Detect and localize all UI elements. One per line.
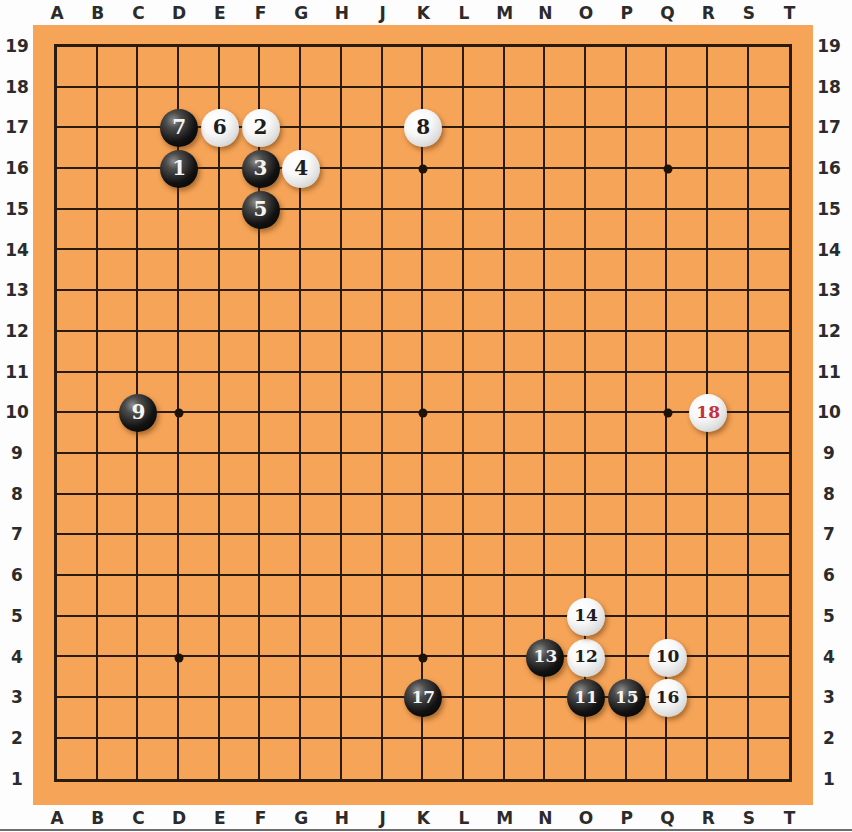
grid-cell	[749, 739, 790, 780]
stone-number: 6	[213, 117, 227, 139]
grid-cell	[342, 88, 383, 129]
grid-cell	[342, 495, 383, 536]
grid-cell	[708, 169, 749, 210]
go-board-panel[interactable]: 123456789101112131415161718	[33, 25, 813, 805]
column-label-bottom-d: D	[162, 808, 196, 828]
column-label-bottom-h: H	[325, 808, 359, 828]
stone-number: 15	[615, 689, 639, 708]
grid-cell	[667, 88, 708, 129]
grid-cell	[545, 495, 586, 536]
row-label-left-8: 8	[0, 484, 34, 504]
grid-cell	[708, 454, 749, 495]
grid-cell	[667, 332, 708, 373]
column-label-bottom-e: E	[203, 808, 237, 828]
row-label-left-7: 7	[0, 525, 34, 545]
grid-cell	[383, 47, 424, 88]
grid-cell	[342, 291, 383, 332]
grid-cell	[667, 210, 708, 251]
grid-cell	[57, 657, 98, 698]
stone-black-c10[interactable]: 9	[119, 394, 157, 432]
grid-cell	[505, 495, 546, 536]
grid-cell	[749, 128, 790, 169]
grid-cell	[220, 739, 261, 780]
grid-cell	[98, 657, 139, 698]
grid-cell	[505, 210, 546, 251]
grid-cell	[586, 495, 627, 536]
row-label-right-13: 13	[812, 280, 846, 300]
grid-cell	[464, 617, 505, 658]
grid-cell	[464, 413, 505, 454]
star-point-k10	[419, 409, 428, 418]
grid-cell	[505, 413, 546, 454]
grid-cell	[179, 332, 220, 373]
column-label-top-o: O	[569, 3, 603, 23]
grid-cell	[220, 657, 261, 698]
grid-cell	[260, 332, 301, 373]
grid-cell	[383, 250, 424, 291]
grid-cell	[138, 657, 179, 698]
grid-cell	[627, 576, 668, 617]
grid-cell	[98, 128, 139, 169]
grid-cell	[57, 291, 98, 332]
grid-cell	[220, 698, 261, 739]
column-label-top-c: C	[121, 3, 155, 23]
grid-cell	[423, 617, 464, 658]
grid-cell	[464, 495, 505, 536]
grid-cell	[342, 576, 383, 617]
row-label-left-15: 15	[0, 199, 34, 219]
grid-cell	[98, 291, 139, 332]
grid-cell	[667, 169, 708, 210]
grid-cell	[301, 210, 342, 251]
grid-cell	[708, 291, 749, 332]
grid-cell	[586, 169, 627, 210]
grid-cell	[505, 291, 546, 332]
grid-cell	[301, 657, 342, 698]
stone-black-f15[interactable]: 5	[242, 191, 280, 229]
grid-cell	[179, 373, 220, 414]
row-label-right-1: 1	[812, 769, 846, 789]
grid-cell	[260, 698, 301, 739]
stone-number: 18	[696, 404, 720, 423]
grid-cell	[423, 210, 464, 251]
grid-cell	[383, 495, 424, 536]
grid-cell	[627, 413, 668, 454]
grid-cell	[301, 698, 342, 739]
column-label-top-r: R	[691, 3, 725, 23]
grid-cell	[423, 495, 464, 536]
grid-cell	[586, 88, 627, 129]
stone-white-o5[interactable]: 14	[567, 598, 605, 636]
grid-cell	[57, 169, 98, 210]
grid-cell	[464, 698, 505, 739]
grid-cell	[464, 250, 505, 291]
column-label-bottom-m: M	[488, 808, 522, 828]
row-label-left-6: 6	[0, 565, 34, 585]
grid-cell	[57, 454, 98, 495]
grid-cell	[627, 210, 668, 251]
column-label-bottom-a: A	[40, 808, 74, 828]
grid-cell	[179, 47, 220, 88]
row-label-left-1: 1	[0, 769, 34, 789]
stone-number: 11	[574, 689, 598, 708]
grid-cell	[708, 332, 749, 373]
grid-cell	[749, 291, 790, 332]
row-label-right-3: 3	[812, 687, 846, 707]
grid-cell	[464, 210, 505, 251]
column-label-bottom-c: C	[121, 808, 155, 828]
grid-cell	[260, 739, 301, 780]
row-label-right-11: 11	[812, 362, 846, 382]
grid-cell	[220, 250, 261, 291]
stone-black-f16[interactable]: 3	[242, 150, 280, 188]
grid-cell	[220, 291, 261, 332]
column-label-top-l: L	[447, 3, 481, 23]
grid-cell	[138, 739, 179, 780]
grid-cell	[301, 47, 342, 88]
grid-cell	[667, 495, 708, 536]
grid-cell	[260, 454, 301, 495]
grid-cell	[545, 250, 586, 291]
grid-cell	[423, 413, 464, 454]
grid-cell	[383, 739, 424, 780]
grid-cell	[301, 413, 342, 454]
grid-cell	[505, 47, 546, 88]
row-label-right-10: 10	[812, 402, 846, 422]
row-label-right-4: 4	[812, 647, 846, 667]
stone-number: 5	[254, 199, 268, 221]
grid-cell	[179, 739, 220, 780]
grid-cell	[301, 454, 342, 495]
column-label-top-d: D	[162, 3, 196, 23]
grid-cell	[627, 169, 668, 210]
grid-cell	[627, 373, 668, 414]
stone-white-k17[interactable]: 8	[404, 109, 442, 147]
row-label-left-14: 14	[0, 240, 34, 260]
grid-cell	[667, 250, 708, 291]
stone-number: 14	[574, 607, 598, 626]
stone-black-p3[interactable]: 15	[608, 679, 646, 717]
grid-cell	[342, 47, 383, 88]
row-label-right-16: 16	[812, 158, 846, 178]
star-point-d4	[175, 653, 184, 662]
column-label-bottom-s: S	[732, 808, 766, 828]
row-label-left-16: 16	[0, 158, 34, 178]
grid-cell	[383, 454, 424, 495]
grid-cell	[98, 576, 139, 617]
grid-cell	[627, 47, 668, 88]
grid-cell	[667, 576, 708, 617]
grid-cell	[138, 698, 179, 739]
grid-cell	[301, 373, 342, 414]
grid-cell	[342, 169, 383, 210]
grid-cell	[179, 617, 220, 658]
column-label-top-g: G	[284, 3, 318, 23]
stone-white-r10[interactable]: 18	[689, 394, 727, 432]
grid-cell	[586, 454, 627, 495]
grid-cell	[708, 657, 749, 698]
stone-white-o4[interactable]: 12	[567, 639, 605, 677]
grid-cell	[260, 47, 301, 88]
grid-cell	[667, 47, 708, 88]
grid-cell	[342, 698, 383, 739]
grid-cell	[464, 47, 505, 88]
grid-cell	[260, 250, 301, 291]
grid-cell	[464, 88, 505, 129]
grid-cell	[57, 88, 98, 129]
grid-cell	[545, 332, 586, 373]
grid-cell	[464, 657, 505, 698]
grid-cell	[505, 698, 546, 739]
column-label-bottom-f: F	[244, 808, 278, 828]
column-label-bottom-o: O	[569, 808, 603, 828]
column-label-bottom-b: B	[81, 808, 115, 828]
grid-cell	[260, 576, 301, 617]
grid-cell	[627, 454, 668, 495]
stone-white-f17[interactable]: 2	[242, 109, 280, 147]
grid-cell	[586, 250, 627, 291]
grid-cell	[708, 88, 749, 129]
bottom-divider	[0, 829, 852, 831]
grid-cell	[545, 88, 586, 129]
grid-cell	[98, 535, 139, 576]
stone-black-k3[interactable]: 17	[404, 679, 442, 717]
grid-cell	[342, 332, 383, 373]
grid-cell	[220, 454, 261, 495]
row-label-right-12: 12	[812, 321, 846, 341]
grid-cell	[423, 373, 464, 414]
grid-cell	[301, 535, 342, 576]
grid-cell	[138, 210, 179, 251]
grid-cell	[749, 454, 790, 495]
grid-cell	[260, 413, 301, 454]
grid-cell	[749, 88, 790, 129]
grid-cell	[179, 698, 220, 739]
grid-cell	[708, 739, 749, 780]
star-point-k4	[419, 653, 428, 662]
grid-cell	[220, 413, 261, 454]
row-label-right-6: 6	[812, 565, 846, 585]
stone-white-e17[interactable]: 6	[201, 109, 239, 147]
grid-cell	[342, 454, 383, 495]
column-label-bottom-r: R	[691, 808, 725, 828]
column-label-bottom-k: K	[406, 808, 440, 828]
column-label-top-k: K	[406, 3, 440, 23]
grid-cell	[179, 454, 220, 495]
grid-cell	[586, 413, 627, 454]
grid-cell	[545, 454, 586, 495]
row-label-left-17: 17	[0, 118, 34, 138]
column-label-top-n: N	[528, 3, 562, 23]
column-label-top-a: A	[40, 3, 74, 23]
grid-cell	[708, 617, 749, 658]
column-label-top-s: S	[732, 3, 766, 23]
stone-white-g16[interactable]: 4	[282, 150, 320, 188]
grid-cell	[586, 128, 627, 169]
star-point-q16	[663, 165, 672, 174]
grid-cell	[545, 291, 586, 332]
grid-cell	[98, 454, 139, 495]
grid-cell	[57, 47, 98, 88]
row-label-left-10: 10	[0, 402, 34, 422]
grid-cell	[57, 495, 98, 536]
stone-black-n4[interactable]: 13	[526, 639, 564, 677]
grid-cell	[138, 250, 179, 291]
grid-cell	[749, 495, 790, 536]
row-label-right-17: 17	[812, 118, 846, 138]
grid-cell	[749, 210, 790, 251]
column-label-bottom-g: G	[284, 808, 318, 828]
row-label-left-19: 19	[0, 36, 34, 56]
stone-black-d17[interactable]: 7	[160, 109, 198, 147]
row-label-right-15: 15	[812, 199, 846, 219]
grid-cell	[586, 739, 627, 780]
grid-cell	[627, 291, 668, 332]
grid-cell	[57, 128, 98, 169]
grid-cell	[545, 47, 586, 88]
stone-number: 7	[172, 117, 186, 139]
grid-cell	[586, 210, 627, 251]
grid-cell	[301, 495, 342, 536]
grid-cell	[464, 739, 505, 780]
grid-cell	[179, 291, 220, 332]
star-point-q10	[663, 409, 672, 418]
grid-cell	[138, 47, 179, 88]
grid-cell	[749, 413, 790, 454]
grid-cell	[98, 169, 139, 210]
grid-cell	[586, 535, 627, 576]
row-label-left-12: 12	[0, 321, 34, 341]
grid-cell	[627, 495, 668, 536]
grid-cell	[138, 291, 179, 332]
grid-cell	[57, 373, 98, 414]
row-label-right-5: 5	[812, 606, 846, 626]
grid-cell	[57, 576, 98, 617]
stone-number: 16	[656, 689, 680, 708]
grid-cell	[383, 210, 424, 251]
grid-cell	[179, 495, 220, 536]
grid-cell	[749, 47, 790, 88]
grid-cell	[220, 373, 261, 414]
star-point-d10	[175, 409, 184, 418]
row-label-right-18: 18	[812, 77, 846, 97]
grid-cell	[98, 210, 139, 251]
grid-cell	[586, 332, 627, 373]
row-label-left-3: 3	[0, 687, 34, 707]
grid-cell	[505, 250, 546, 291]
grid-cell	[423, 576, 464, 617]
stone-number: 9	[131, 402, 145, 424]
grid-cell	[179, 250, 220, 291]
grid-cell	[545, 128, 586, 169]
grid-cell	[464, 373, 505, 414]
grid-cell	[749, 617, 790, 658]
grid-cell	[301, 617, 342, 658]
row-label-left-9: 9	[0, 443, 34, 463]
grid-cell	[57, 535, 98, 576]
grid-cell	[383, 332, 424, 373]
grid-cell	[260, 657, 301, 698]
grid-cell	[708, 128, 749, 169]
stone-number: 1	[172, 158, 186, 180]
stone-white-q4[interactable]: 10	[649, 639, 687, 677]
row-label-right-19: 19	[812, 36, 846, 56]
grid-cell	[667, 535, 708, 576]
column-label-top-h: H	[325, 3, 359, 23]
stone-black-o3[interactable]: 11	[567, 679, 605, 717]
grid-cell	[545, 413, 586, 454]
grid-cell	[505, 169, 546, 210]
grid-cell	[57, 413, 98, 454]
grid-cell	[749, 535, 790, 576]
grid-cell	[138, 454, 179, 495]
grid-cell	[667, 454, 708, 495]
stone-black-d16[interactable]: 1	[160, 150, 198, 188]
grid-cell	[57, 332, 98, 373]
grid-cell	[627, 535, 668, 576]
grid-cell	[464, 576, 505, 617]
grid-cell	[464, 454, 505, 495]
grid-cell	[423, 47, 464, 88]
column-label-bottom-j: J	[366, 808, 400, 828]
row-label-left-5: 5	[0, 606, 34, 626]
grid-cell	[57, 739, 98, 780]
grid-cell	[301, 250, 342, 291]
row-label-right-14: 14	[812, 240, 846, 260]
grid-cell	[464, 535, 505, 576]
column-label-top-b: B	[81, 3, 115, 23]
column-label-top-m: M	[488, 3, 522, 23]
grid-cell	[708, 535, 749, 576]
column-label-bottom-l: L	[447, 808, 481, 828]
grid-cell	[708, 495, 749, 536]
grid-cell	[179, 210, 220, 251]
grid-cell	[708, 576, 749, 617]
grid-cell	[260, 373, 301, 414]
grid-cell	[138, 535, 179, 576]
stone-number: 17	[411, 689, 435, 708]
row-label-right-2: 2	[812, 728, 846, 748]
column-label-bottom-n: N	[528, 808, 562, 828]
grid-cell	[342, 413, 383, 454]
grid-cell	[749, 250, 790, 291]
grid-cell	[383, 291, 424, 332]
row-label-left-11: 11	[0, 362, 34, 382]
grid-cell	[627, 88, 668, 129]
column-label-top-f: F	[244, 3, 278, 23]
grid-cell	[260, 495, 301, 536]
grid-cell	[342, 373, 383, 414]
grid-cell	[98, 739, 139, 780]
column-label-bottom-p: P	[610, 808, 644, 828]
grid-cell	[545, 739, 586, 780]
grid-cell	[57, 210, 98, 251]
stone-number: 12	[574, 648, 598, 667]
grid-cell	[505, 128, 546, 169]
grid-cell	[545, 169, 586, 210]
grid-cell	[342, 250, 383, 291]
grid-cell	[749, 373, 790, 414]
grid-cell	[342, 535, 383, 576]
grid-cell	[383, 373, 424, 414]
grid-cell	[383, 576, 424, 617]
row-label-right-9: 9	[812, 443, 846, 463]
grid-cell	[505, 454, 546, 495]
stone-white-q3[interactable]: 16	[649, 679, 687, 717]
grid-cell	[260, 291, 301, 332]
grid-cell	[179, 576, 220, 617]
grid-cell	[98, 617, 139, 658]
